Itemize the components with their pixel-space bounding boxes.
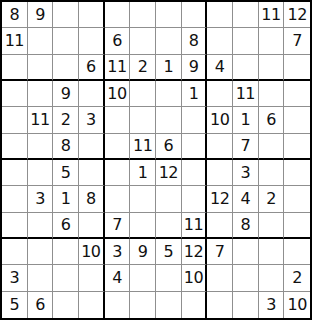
cell-r1c12-given: 12 [284, 2, 310, 28]
cell-r1c10-empty[interactable] [233, 2, 259, 28]
cell-r3c1-empty[interactable] [2, 55, 28, 81]
cell-r10c5-given: 3 [105, 239, 131, 265]
cell-r7c11-empty[interactable] [259, 160, 285, 186]
cell-r8c6-empty[interactable] [130, 186, 156, 212]
cell-r4c11-empty[interactable] [259, 81, 285, 107]
cell-r8c8-empty[interactable] [182, 186, 208, 212]
cell-r7c9-empty[interactable] [207, 160, 233, 186]
cell-r2c1-given: 11 [2, 28, 28, 54]
cell-r1c1-given: 8 [2, 2, 28, 28]
cell-r9c3-given: 6 [53, 213, 79, 239]
cell-r10c8-given: 12 [182, 239, 208, 265]
cell-r8c5-empty[interactable] [105, 186, 131, 212]
cell-r11c9-empty[interactable] [207, 265, 233, 291]
cell-r2c8-given: 8 [182, 28, 208, 54]
cell-r11c4-empty[interactable] [79, 265, 105, 291]
cell-r8c10-given: 4 [233, 186, 259, 212]
cell-r6c3-given: 8 [53, 134, 79, 160]
cell-r5c7-empty[interactable] [156, 107, 182, 133]
cell-r10c1-empty[interactable] [2, 239, 28, 265]
cell-r7c1-empty[interactable] [2, 160, 28, 186]
cell-r11c11-empty[interactable] [259, 265, 285, 291]
cell-r9c12-empty[interactable] [284, 213, 310, 239]
cell-r1c3-empty[interactable] [53, 2, 79, 28]
cell-r1c7-empty[interactable] [156, 2, 182, 28]
cell-r8c3-given: 1 [53, 186, 79, 212]
cell-r2c11-empty[interactable] [259, 28, 285, 54]
sudoku-board: 8911121168761121949101111123101681167511… [0, 0, 312, 320]
cell-r2c10-empty[interactable] [233, 28, 259, 54]
cell-r9c10-given: 8 [233, 213, 259, 239]
cell-r4c9-empty[interactable] [207, 81, 233, 107]
cell-r6c1-empty[interactable] [2, 134, 28, 160]
cell-r8c4-given: 8 [79, 186, 105, 212]
cell-r5c11-given: 6 [259, 107, 285, 133]
cell-r1c5-empty[interactable] [105, 2, 131, 28]
cell-r9c5-given: 7 [105, 213, 131, 239]
cell-r6c7-given: 6 [156, 134, 182, 160]
cell-r8c2-given: 3 [28, 186, 54, 212]
cell-r11c1-given: 3 [2, 265, 28, 291]
cell-r12c8-empty[interactable] [182, 292, 208, 318]
cell-r12c2-given: 6 [28, 292, 54, 318]
cell-r12c9-empty[interactable] [207, 292, 233, 318]
cell-r10c4-given: 10 [79, 239, 105, 265]
cell-r11c6-empty[interactable] [130, 265, 156, 291]
cell-r7c5-empty[interactable] [105, 160, 131, 186]
cell-r5c5-empty[interactable] [105, 107, 131, 133]
cell-r11c8-given: 10 [182, 265, 208, 291]
cell-r10c3-empty[interactable] [53, 239, 79, 265]
cell-r2c7-empty[interactable] [156, 28, 182, 54]
cell-r6c2-empty[interactable] [28, 134, 54, 160]
cell-r9c7-empty[interactable] [156, 213, 182, 239]
cell-r4c10-given: 11 [233, 81, 259, 107]
cell-r5c9-given: 10 [207, 107, 233, 133]
cell-r2c4-empty[interactable] [79, 28, 105, 54]
cell-r9c8-given: 11 [182, 213, 208, 239]
cell-r9c2-empty[interactable] [28, 213, 54, 239]
cell-r6c11-empty[interactable] [259, 134, 285, 160]
cell-r7c6-given: 1 [130, 160, 156, 186]
cell-r4c4-empty[interactable] [79, 81, 105, 107]
cell-r9c9-empty[interactable] [207, 213, 233, 239]
cell-r5c2-given: 11 [28, 107, 54, 133]
cell-r12c1-given: 5 [2, 292, 28, 318]
cell-r4c1-empty[interactable] [2, 81, 28, 107]
cell-r7c3-given: 5 [53, 160, 79, 186]
cell-r12c11-given: 3 [259, 292, 285, 318]
cell-r10c12-empty[interactable] [284, 239, 310, 265]
cell-r10c11-empty[interactable] [259, 239, 285, 265]
cell-r7c8-empty[interactable] [182, 160, 208, 186]
cell-r12c5-empty[interactable] [105, 292, 131, 318]
cell-r5c12-empty[interactable] [284, 107, 310, 133]
cell-r6c4-empty[interactable] [79, 134, 105, 160]
cell-r12c3-empty[interactable] [53, 292, 79, 318]
cell-r12c10-empty[interactable] [233, 292, 259, 318]
cell-r6c5-empty[interactable] [105, 134, 131, 160]
cell-r2c2-empty[interactable] [28, 28, 54, 54]
cell-r6c8-empty[interactable] [182, 134, 208, 160]
cell-r2c12-given: 7 [284, 28, 310, 54]
cell-r5c6-empty[interactable] [130, 107, 156, 133]
cell-r3c12-empty[interactable] [284, 55, 310, 81]
cell-r1c4-empty[interactable] [79, 2, 105, 28]
cell-r10c2-empty[interactable] [28, 239, 54, 265]
cell-r12c7-empty[interactable] [156, 292, 182, 318]
cell-r5c8-empty[interactable] [182, 107, 208, 133]
cell-r1c6-empty[interactable] [130, 2, 156, 28]
cell-r11c7-empty[interactable] [156, 265, 182, 291]
cell-r12c12-given: 10 [284, 292, 310, 318]
cell-r3c8-given: 9 [182, 55, 208, 81]
cell-r9c6-empty[interactable] [130, 213, 156, 239]
cell-r2c5-given: 6 [105, 28, 131, 54]
cell-r11c12-given: 2 [284, 265, 310, 291]
cell-r5c10-given: 1 [233, 107, 259, 133]
cell-r1c8-empty[interactable] [182, 2, 208, 28]
cell-r3c9-given: 4 [207, 55, 233, 81]
cell-r1c9-empty[interactable] [207, 2, 233, 28]
cell-r4c5-given: 10 [105, 81, 131, 107]
cell-r3c3-empty[interactable] [53, 55, 79, 81]
cell-r2c6-empty[interactable] [130, 28, 156, 54]
cell-r6c12-empty[interactable] [284, 134, 310, 160]
cell-r11c5-given: 4 [105, 265, 131, 291]
cell-r8c12-empty[interactable] [284, 186, 310, 212]
cell-r3c11-empty[interactable] [259, 55, 285, 81]
cell-r8c1-empty[interactable] [2, 186, 28, 212]
cell-r6c10-given: 7 [233, 134, 259, 160]
cell-r9c4-empty[interactable] [79, 213, 105, 239]
cell-r3c2-empty[interactable] [28, 55, 54, 81]
cell-r5c4-given: 3 [79, 107, 105, 133]
cell-r8c9-given: 12 [207, 186, 233, 212]
cell-r7c7-given: 12 [156, 160, 182, 186]
cell-r3c10-empty[interactable] [233, 55, 259, 81]
cell-r9c11-empty[interactable] [259, 213, 285, 239]
cell-r6c9-empty[interactable] [207, 134, 233, 160]
cell-r12c6-empty[interactable] [130, 292, 156, 318]
cell-r3c7-given: 1 [156, 55, 182, 81]
cell-r2c9-empty[interactable] [207, 28, 233, 54]
cell-r1c2-given: 9 [28, 2, 54, 28]
cell-r10c7-given: 5 [156, 239, 182, 265]
cell-r5c1-empty[interactable] [2, 107, 28, 133]
cell-r11c10-empty[interactable] [233, 265, 259, 291]
cell-r7c4-empty[interactable] [79, 160, 105, 186]
cell-r11c2-empty[interactable] [28, 265, 54, 291]
cell-r3c6-given: 2 [130, 55, 156, 81]
cell-r3c5-given: 11 [105, 55, 131, 81]
cell-r10c6-given: 9 [130, 239, 156, 265]
cell-r12c4-empty[interactable] [79, 292, 105, 318]
cell-r2c3-empty[interactable] [53, 28, 79, 54]
cell-r4c7-empty[interactable] [156, 81, 182, 107]
cell-r8c7-empty[interactable] [156, 186, 182, 212]
cell-r1c11-given: 11 [259, 2, 285, 28]
cell-r4c12-empty[interactable] [284, 81, 310, 107]
cell-r10c10-empty[interactable] [233, 239, 259, 265]
cell-r4c6-empty[interactable] [130, 81, 156, 107]
cell-r4c8-given: 1 [182, 81, 208, 107]
cell-r9c1-empty[interactable] [2, 213, 28, 239]
cell-r8c11-given: 2 [259, 186, 285, 212]
cell-r7c10-given: 3 [233, 160, 259, 186]
cell-r3c4-given: 6 [79, 55, 105, 81]
cell-r10c9-given: 7 [207, 239, 233, 265]
cell-r4c2-empty[interactable] [28, 81, 54, 107]
cell-r7c2-empty[interactable] [28, 160, 54, 186]
cell-r11c3-empty[interactable] [53, 265, 79, 291]
cell-r5c3-given: 2 [53, 107, 79, 133]
cell-r7c12-empty[interactable] [284, 160, 310, 186]
cell-r4c3-given: 9 [53, 81, 79, 107]
cell-r6c6-given: 11 [130, 134, 156, 160]
